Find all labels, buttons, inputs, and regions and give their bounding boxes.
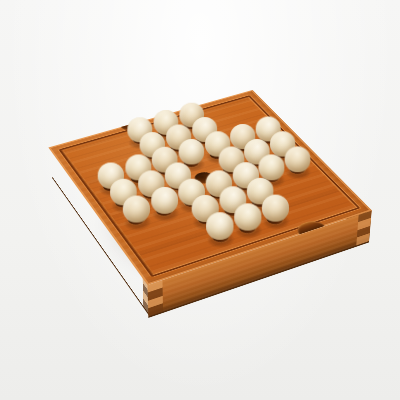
finger-joint [147,280,163,317]
marble-2-3[interactable] [179,139,205,165]
marble-4-1[interactable] [151,187,178,214]
marble-4-0[interactable] [123,195,150,222]
product-photo-scene [0,0,400,400]
marble-6-3[interactable] [234,203,261,230]
marble-4-5[interactable] [259,154,285,180]
marble-4-6[interactable] [285,146,311,172]
marble-6-4[interactable] [262,195,289,222]
